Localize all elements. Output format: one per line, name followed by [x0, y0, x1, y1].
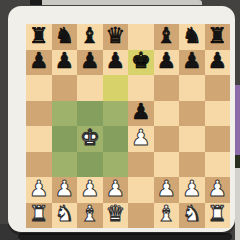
white-pawn[interactable]: ♟ — [105, 178, 125, 200]
chess-board[interactable]: ♜♞♝♛♝♞♜♟♟♟♟♚♟♟♟♟♚♟♟♟♟♟♟♟♟♜♞♝♛♝♞♜ — [26, 24, 230, 228]
square-d5[interactable] — [103, 101, 129, 127]
square-f3[interactable] — [154, 152, 180, 178]
black-pawn[interactable]: ♟ — [156, 50, 176, 72]
side-strip-purple — [235, 85, 240, 155]
square-d2[interactable]: ♟ — [103, 177, 129, 203]
square-d6[interactable] — [103, 75, 129, 101]
square-b4[interactable] — [52, 126, 78, 152]
white-knight[interactable]: ♞ — [54, 203, 74, 225]
square-e5[interactable]: ♟ — [128, 101, 154, 127]
square-f2[interactable]: ♟ — [154, 177, 180, 203]
white-pawn[interactable]: ♟ — [207, 178, 227, 200]
square-e7[interactable]: ♚ — [128, 50, 154, 76]
square-b2[interactable]: ♟ — [52, 177, 78, 203]
square-g7[interactable]: ♟ — [179, 50, 205, 76]
square-b6[interactable] — [52, 75, 78, 101]
black-knight[interactable]: ♞ — [54, 25, 74, 47]
black-pawn[interactable]: ♟ — [80, 50, 100, 72]
square-b8[interactable]: ♞ — [52, 24, 78, 50]
side-strip-dark — [235, 155, 240, 168]
black-knight[interactable]: ♞ — [182, 25, 202, 47]
square-f6[interactable] — [154, 75, 180, 101]
square-d7[interactable]: ♟ — [103, 50, 129, 76]
square-a4[interactable] — [26, 126, 52, 152]
white-pawn[interactable]: ♟ — [54, 178, 74, 200]
square-f7[interactable]: ♟ — [154, 50, 180, 76]
white-knight[interactable]: ♞ — [182, 203, 202, 225]
square-f8[interactable]: ♝ — [154, 24, 180, 50]
white-pawn[interactable]: ♟ — [182, 178, 202, 200]
square-c1[interactable]: ♝ — [77, 203, 103, 229]
square-b1[interactable]: ♞ — [52, 203, 78, 229]
square-h4[interactable] — [205, 126, 231, 152]
square-a7[interactable]: ♟ — [26, 50, 52, 76]
square-d1[interactable]: ♛ — [103, 203, 129, 229]
white-pawn[interactable]: ♟ — [80, 178, 100, 200]
white-pawn[interactable]: ♟ — [156, 178, 176, 200]
square-h6[interactable] — [205, 75, 231, 101]
white-pawn[interactable]: ♟ — [29, 178, 49, 200]
white-rook[interactable]: ♜ — [29, 203, 49, 225]
black-pawn[interactable]: ♟ — [131, 101, 151, 123]
side-strip-light — [235, 168, 240, 240]
square-g1[interactable]: ♞ — [179, 203, 205, 229]
black-rook[interactable]: ♜ — [29, 25, 49, 47]
square-d4[interactable] — [103, 126, 129, 152]
square-g3[interactable] — [179, 152, 205, 178]
white-bishop[interactable]: ♝ — [80, 203, 100, 225]
square-b5[interactable] — [52, 101, 78, 127]
black-pawn[interactable]: ♟ — [54, 50, 74, 72]
square-e1[interactable] — [128, 203, 154, 229]
black-pawn[interactable]: ♟ — [29, 50, 49, 72]
white-king[interactable]: ♚ — [80, 127, 100, 149]
black-pawn[interactable]: ♟ — [105, 50, 125, 72]
square-h1[interactable]: ♜ — [205, 203, 231, 229]
square-d8[interactable]: ♛ — [103, 24, 129, 50]
square-h8[interactable]: ♜ — [205, 24, 231, 50]
square-h2[interactable]: ♟ — [205, 177, 231, 203]
bottom-bar-fragment — [18, 233, 232, 240]
square-b3[interactable] — [52, 152, 78, 178]
square-a6[interactable] — [26, 75, 52, 101]
square-c2[interactable]: ♟ — [77, 177, 103, 203]
board-card: ♜♞♝♛♝♞♜♟♟♟♟♚♟♟♟♟♚♟♟♟♟♟♟♟♟♜♞♝♛♝♞♜ — [8, 6, 235, 232]
square-c7[interactable]: ♟ — [77, 50, 103, 76]
square-f5[interactable] — [154, 101, 180, 127]
square-c5[interactable] — [77, 101, 103, 127]
white-queen[interactable]: ♛ — [105, 203, 125, 225]
black-queen[interactable]: ♛ — [105, 25, 125, 47]
square-c6[interactable] — [77, 75, 103, 101]
square-e3[interactable] — [128, 152, 154, 178]
square-e4[interactable]: ♟ — [128, 126, 154, 152]
square-g4[interactable] — [179, 126, 205, 152]
square-e2[interactable] — [128, 177, 154, 203]
black-king[interactable]: ♚ — [131, 50, 151, 72]
square-c8[interactable]: ♝ — [77, 24, 103, 50]
black-bishop[interactable]: ♝ — [80, 25, 100, 47]
top-bar-fragment — [37, 0, 202, 5]
white-pawn[interactable]: ♟ — [131, 127, 151, 149]
square-c3[interactable] — [77, 152, 103, 178]
black-pawn[interactable]: ♟ — [182, 50, 202, 72]
square-f1[interactable]: ♝ — [154, 203, 180, 229]
square-g6[interactable] — [179, 75, 205, 101]
square-h3[interactable] — [205, 152, 231, 178]
square-h5[interactable] — [205, 101, 231, 127]
square-g5[interactable] — [179, 101, 205, 127]
square-a8[interactable]: ♜ — [26, 24, 52, 50]
square-e6[interactable] — [128, 75, 154, 101]
square-h7[interactable]: ♟ — [205, 50, 231, 76]
square-a1[interactable]: ♜ — [26, 203, 52, 229]
black-rook[interactable]: ♜ — [207, 25, 227, 47]
white-rook[interactable]: ♜ — [207, 203, 227, 225]
square-g8[interactable]: ♞ — [179, 24, 205, 50]
square-e8[interactable] — [128, 24, 154, 50]
square-b7[interactable]: ♟ — [52, 50, 78, 76]
square-f4[interactable] — [154, 126, 180, 152]
square-c4[interactable]: ♚ — [77, 126, 103, 152]
square-a5[interactable] — [26, 101, 52, 127]
square-g2[interactable]: ♟ — [179, 177, 205, 203]
black-bishop[interactable]: ♝ — [156, 25, 176, 47]
square-d3[interactable] — [103, 152, 129, 178]
square-a2[interactable]: ♟ — [26, 177, 52, 203]
top-tab-fragment — [30, 0, 42, 5]
white-bishop[interactable]: ♝ — [156, 203, 176, 225]
square-a3[interactable] — [26, 152, 52, 178]
black-pawn[interactable]: ♟ — [207, 50, 227, 72]
